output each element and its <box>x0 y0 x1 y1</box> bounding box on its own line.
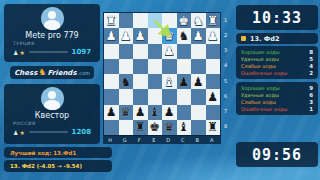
black-pawn-piece: ♟ <box>135 106 146 118</box>
square-f2[interactable]: ♟ <box>133 28 148 43</box>
square-a5[interactable] <box>206 74 221 89</box>
player-country-bottom: РОССИЯ <box>13 121 36 126</box>
square-b5[interactable]: ♟ <box>191 74 206 89</box>
rank-label: 3 <box>221 43 230 58</box>
square-b6[interactable] <box>191 89 206 104</box>
square-g1[interactable] <box>119 13 134 28</box>
square-c7[interactable] <box>177 105 192 120</box>
stat-label-weak: Слабые ходы <box>241 63 276 69</box>
rating-bar <box>29 131 68 133</box>
square-c1[interactable]: ♚ <box>177 13 192 28</box>
file-labels: HGFEDCBA <box>103 135 221 144</box>
square-c8[interactable]: ♝ <box>177 120 192 135</box>
player-card-bottom: Квестор РОССИЯ ♟ ★ 1208 <box>4 84 100 144</box>
player-name-top: Mete pro 779 <box>25 31 78 40</box>
chess-board[interactable]: ♜♚♞♜♟♟♟♛♞♟♟♟♞♝♟♟♟♟♛♟♝♟♜♚♛♝♜ <box>104 13 220 135</box>
square-e3[interactable] <box>148 44 163 59</box>
logo-prefix: Chess <box>14 69 37 77</box>
square-g4[interactable] <box>119 59 134 74</box>
clock-top: 10:33 <box>236 5 318 30</box>
rating-bar <box>29 51 68 53</box>
player-card-top: Mete pro 779 ТУРЦИЯ ♟ ★ 1097 <box>4 4 100 62</box>
square-b1[interactable]: ♞ <box>191 13 206 28</box>
avatar-body <box>44 20 60 30</box>
black-pawn-piece: ♟ <box>164 106 175 118</box>
stat-row: Хорошие ходы 8 <box>241 49 313 55</box>
stat-label-bad: Ошибочные ходы <box>241 106 287 112</box>
move-panel: 13. Фd2 <box>236 33 318 44</box>
played-move-eval-text: 13. Фd2 (-4.05 → -9.54) <box>10 163 82 169</box>
file-label: F <box>132 135 147 144</box>
stat-value: 9 <box>309 85 313 91</box>
rank-label: 2 <box>221 27 230 42</box>
clock-top-time: 10:33 <box>252 9 302 27</box>
star-icon: ★ <box>19 129 24 136</box>
stat-label-weak: Слабые ходы <box>241 99 276 105</box>
square-h1[interactable]: ♜ <box>104 13 119 28</box>
move-label: 13. Фd2 <box>250 35 279 43</box>
stat-label-bad: Ошибочные ходы <box>241 70 287 76</box>
stat-value: 3 <box>309 99 313 105</box>
avatar-head <box>48 11 56 19</box>
black-king-piece: ♚ <box>149 121 160 133</box>
file-label: C <box>176 135 191 144</box>
white-pawn-piece: ♟ <box>135 30 146 42</box>
square-a6[interactable]: ♟ <box>206 89 221 104</box>
black-rook-piece: ♜ <box>207 121 218 133</box>
square-f4[interactable] <box>133 59 148 74</box>
player-name-bottom: Квестор <box>35 111 69 120</box>
square-e8[interactable]: ♚ <box>148 120 163 135</box>
square-h6[interactable] <box>104 89 119 104</box>
logo-domain: .com <box>78 70 90 76</box>
square-a7[interactable] <box>206 105 221 120</box>
square-c6[interactable] <box>177 89 192 104</box>
square-b3[interactable] <box>191 44 206 59</box>
clock-bottom-time: 09:56 <box>252 146 302 164</box>
logo-suffix: Friends <box>47 69 76 77</box>
rank-label: 1 <box>221 12 230 27</box>
square-c2[interactable]: ♞ <box>177 28 192 43</box>
square-g6[interactable] <box>119 89 134 104</box>
stat-row: Слабые ходы 4 <box>241 63 313 69</box>
black-rook-piece: ♜ <box>135 121 146 133</box>
square-f8[interactable]: ♜ <box>133 120 148 135</box>
rank-label: 7 <box>221 104 230 119</box>
stat-row: Слабые ходы 3 <box>241 99 313 105</box>
black-pawn-piece: ♟ <box>193 76 204 88</box>
square-g7[interactable]: ♛ <box>119 105 134 120</box>
rank-label: 5 <box>221 73 230 88</box>
star-icon: ★ <box>19 49 24 56</box>
square-d4[interactable] <box>162 59 177 74</box>
site-logo: Chess ♞ Friends .com <box>10 66 94 79</box>
square-b2[interactable]: ♟ <box>191 28 206 43</box>
stat-label-good: Хорошие ходы <box>241 85 280 91</box>
square-e1[interactable] <box>148 13 163 28</box>
stat-row: Ошибочные ходы 2 <box>241 70 313 76</box>
avatar <box>41 7 64 30</box>
square-g5[interactable]: ♞ <box>119 74 134 89</box>
rank-label: 8 <box>221 119 230 134</box>
clock-bottom: 09:56 <box>236 142 318 167</box>
square-d7[interactable]: ♟ <box>162 105 177 120</box>
stat-value: 2 <box>309 70 313 76</box>
square-a2[interactable]: ♟ <box>206 28 221 43</box>
square-f5[interactable] <box>133 74 148 89</box>
stat-label-lucky: Удачные ходы <box>241 56 279 62</box>
rank-label: 4 <box>221 58 230 73</box>
square-f3[interactable] <box>133 44 148 59</box>
square-g8[interactable] <box>119 120 134 135</box>
best-move-text: Лучший ход: 13.Фd1 <box>10 150 76 156</box>
square-e6[interactable] <box>148 89 163 104</box>
stat-row: Удачные ходы 6 <box>241 92 313 98</box>
file-label: H <box>103 135 118 144</box>
avatar <box>41 87 64 110</box>
square-d2[interactable]: ♛ <box>162 28 177 43</box>
pawn-badge-icon: ♟ <box>13 49 18 56</box>
move-stats-bottom: Хорошие ходы 9 Удачные ходы 6 Слабые ход… <box>236 82 318 115</box>
square-d1[interactable] <box>162 13 177 28</box>
square-a3[interactable] <box>206 44 221 59</box>
square-e7[interactable]: ♝ <box>148 105 163 120</box>
black-knight-piece: ♞ <box>178 30 189 42</box>
chess-board-wrap: ♜♚♞♜♟♟♟♛♞♟♟♟♞♝♟♟♟♟♛♟♝♟♜♚♛♝♜ <box>103 12 221 136</box>
black-pawn-piece: ♟ <box>106 106 117 118</box>
square-d5[interactable]: ♝ <box>162 74 177 89</box>
square-f6[interactable] <box>133 89 148 104</box>
white-king-piece: ♚ <box>178 15 189 27</box>
stat-label-good: Хорошие ходы <box>241 49 280 55</box>
square-d3[interactable]: ♟ <box>162 44 177 59</box>
square-c4[interactable] <box>177 59 192 74</box>
white-rook-piece: ♜ <box>106 15 117 27</box>
stat-row: Хорошие ходы 9 <box>241 85 313 91</box>
white-pawn-piece: ♟ <box>193 30 204 42</box>
best-move-bar: Лучший ход: 13.Фd1 <box>4 147 112 158</box>
square-d6[interactable] <box>162 89 177 104</box>
square-c3[interactable] <box>177 44 192 59</box>
square-f7[interactable]: ♟ <box>133 105 148 120</box>
black-knight-piece: ♞ <box>120 76 131 88</box>
square-h3[interactable] <box>104 44 119 59</box>
rank-label: 6 <box>221 88 230 103</box>
knight-logo-icon: ♞ <box>38 68 46 77</box>
white-pawn-piece: ♟ <box>106 30 117 42</box>
move-quality-icon <box>241 36 246 41</box>
avatar-head <box>48 91 56 99</box>
white-queen-piece: ♛ <box>164 30 175 42</box>
file-label: D <box>161 135 176 144</box>
black-queen-piece: ♛ <box>120 106 131 118</box>
square-a4[interactable] <box>206 59 221 74</box>
white-knight-piece: ♞ <box>193 15 204 27</box>
white-pawn-piece: ♟ <box>120 30 131 42</box>
white-bishop-piece: ♝ <box>164 76 175 88</box>
black-queen-piece: ♛ <box>164 121 175 133</box>
square-d8[interactable]: ♛ <box>162 120 177 135</box>
rank-labels: 12345678 <box>221 12 230 134</box>
square-b7[interactable] <box>191 105 206 120</box>
pawn-badge-icon: ♟ <box>13 129 18 136</box>
stat-value: 4 <box>309 63 313 69</box>
square-f1[interactable] <box>133 13 148 28</box>
square-b4[interactable] <box>191 59 206 74</box>
stat-label-lucky: Удачные ходы <box>241 92 279 98</box>
square-h5[interactable] <box>104 74 119 89</box>
black-pawn-piece: ♟ <box>178 76 189 88</box>
player-rating-top: 1097 <box>72 48 91 56</box>
played-move-bar: 13. Фd2 (-4.05 → -9.54) <box>4 160 112 172</box>
square-e2[interactable] <box>148 28 163 43</box>
player-country-top: ТУРЦИЯ <box>13 41 35 46</box>
square-a1[interactable]: ♜ <box>206 13 221 28</box>
avatar-body <box>44 100 60 110</box>
stat-row: Ошибочные ходы 1 <box>241 106 313 112</box>
square-h2[interactable]: ♟ <box>104 28 119 43</box>
square-g3[interactable] <box>119 44 134 59</box>
stat-value: 6 <box>309 92 313 98</box>
black-bishop-piece: ♝ <box>149 106 160 118</box>
player-rating-bottom: 1208 <box>72 128 91 136</box>
file-label: E <box>147 135 162 144</box>
black-pawn-piece: ♟ <box>207 91 218 103</box>
square-e4[interactable] <box>148 59 163 74</box>
stat-value: 8 <box>309 49 313 55</box>
square-c5[interactable]: ♟ <box>177 74 192 89</box>
stat-row: Удачные ходы 5 <box>241 56 313 62</box>
white-pawn-piece: ♟ <box>164 45 175 57</box>
black-bishop-piece: ♝ <box>178 121 189 133</box>
move-stats-top: Хорошие ходы 8 Удачные ходы 5 Слабые ход… <box>236 46 318 79</box>
file-label: A <box>205 135 220 144</box>
white-pawn-piece: ♟ <box>207 30 218 42</box>
stat-value: 1 <box>309 106 313 112</box>
square-b8[interactable] <box>191 120 206 135</box>
white-rook-piece: ♜ <box>207 15 218 27</box>
stat-value: 5 <box>309 56 313 62</box>
square-h7[interactable]: ♟ <box>104 105 119 120</box>
file-label: B <box>190 135 205 144</box>
square-h8[interactable] <box>104 120 119 135</box>
file-label: G <box>118 135 133 144</box>
square-h4[interactable] <box>104 59 119 74</box>
square-g2[interactable]: ♟ <box>119 28 134 43</box>
square-a8[interactable]: ♜ <box>206 120 221 135</box>
square-e5[interactable] <box>148 74 163 89</box>
